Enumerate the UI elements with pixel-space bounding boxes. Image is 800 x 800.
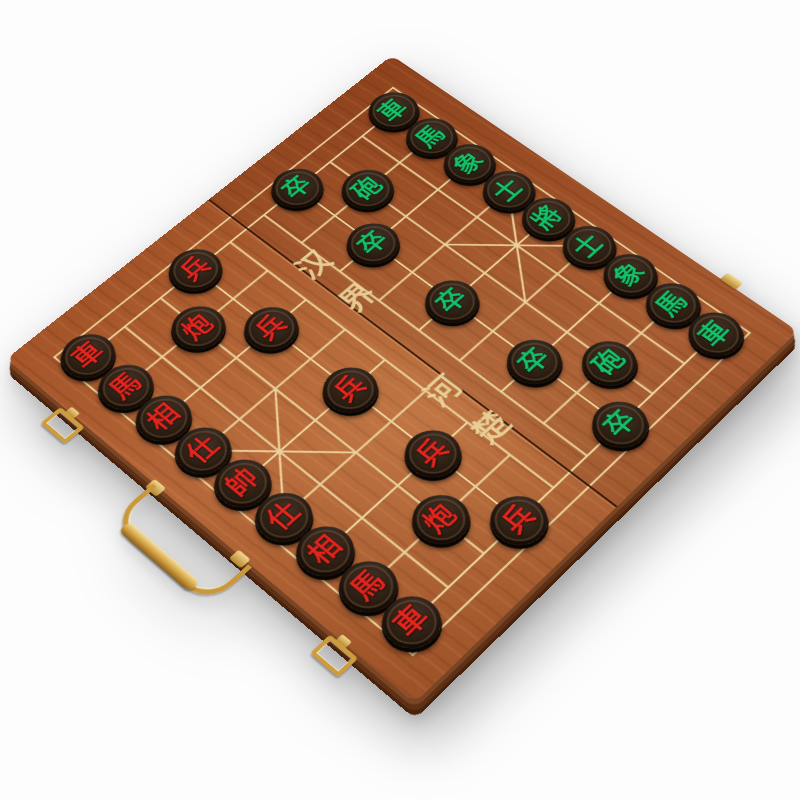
- piece-character: 卒: [514, 345, 555, 379]
- piece-character: 相: [304, 532, 348, 570]
- piece-character: 兵: [251, 312, 292, 345]
- piece-character: 車: [68, 339, 109, 372]
- product-photo-scene: 汉 界 河 楚 車馬象士將士象馬車砲砲卒卒卒卒卒兵兵兵兵兵炮炮車馬相仕帥仕相馬車: [0, 0, 800, 800]
- piece-character: 兵: [330, 373, 372, 407]
- piece-character: 將: [529, 203, 568, 233]
- piece-character: 仕: [262, 498, 305, 535]
- piece-character: 炮: [178, 311, 219, 344]
- piece-character: 士: [569, 231, 609, 262]
- piece-character: 車: [375, 97, 413, 125]
- piece-character: 卒: [278, 173, 317, 203]
- piece-character: 炮: [419, 501, 462, 538]
- piece-character: 士: [489, 175, 528, 205]
- piece-character: 帥: [221, 465, 264, 501]
- piece-character: 兵: [176, 254, 216, 285]
- piece-character: 兵: [497, 502, 540, 539]
- piece-character: 仕: [182, 433, 224, 468]
- xiangqi-board[interactable]: 汉 界 河 楚 車馬象士將士象馬車砲砲卒卒卒卒卒兵兵兵兵兵炮炮車馬相仕帥仕相馬車: [6, 55, 797, 703]
- piece-character: 兵: [412, 436, 454, 472]
- board-perspective-wrapper: 汉 界 河 楚 車馬象士將士象馬車砲砲卒卒卒卒卒兵兵兵兵兵炮炮車馬相仕帥仕相馬車: [6, 55, 797, 703]
- piece-character: 卒: [599, 407, 641, 442]
- piece-character: 相: [143, 401, 185, 436]
- piece-character: 車: [389, 602, 434, 642]
- piece-character: 象: [450, 149, 489, 178]
- piece-character: 卒: [432, 285, 472, 317]
- piece-character: 馬: [346, 567, 390, 606]
- piece-character: 象: [610, 259, 650, 291]
- piece-character: 馬: [652, 288, 693, 320]
- piece-character: 砲: [589, 346, 630, 380]
- piece-character: 車: [695, 318, 736, 351]
- piece-character: 馬: [105, 370, 146, 404]
- piece-character: 馬: [412, 122, 450, 151]
- piece-character: 砲: [348, 174, 387, 204]
- piece-character: 卒: [353, 228, 393, 259]
